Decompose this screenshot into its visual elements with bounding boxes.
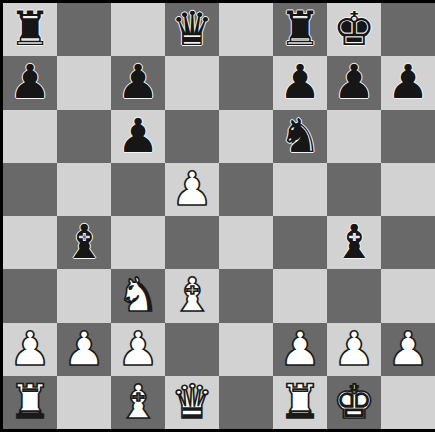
black-pawn: ♟ bbox=[279, 58, 321, 105]
white-bishop: ♝ bbox=[171, 271, 213, 318]
square-b7[interactable] bbox=[57, 56, 111, 109]
square-e6[interactable] bbox=[219, 110, 273, 163]
square-d1[interactable]: ♛ bbox=[165, 376, 219, 429]
square-h5[interactable] bbox=[381, 163, 435, 216]
square-g4[interactable]: ♝ bbox=[327, 216, 381, 269]
square-g7[interactable]: ♟ bbox=[327, 56, 381, 109]
square-a7[interactable]: ♟ bbox=[3, 56, 57, 109]
square-b3[interactable] bbox=[57, 269, 111, 322]
square-a3[interactable] bbox=[3, 269, 57, 322]
white-pawn: ♟ bbox=[171, 165, 213, 212]
square-a5[interactable] bbox=[3, 163, 57, 216]
square-e8[interactable] bbox=[219, 3, 273, 56]
black-bishop: ♝ bbox=[63, 218, 105, 265]
square-d4[interactable] bbox=[165, 216, 219, 269]
square-c6[interactable]: ♟ bbox=[111, 110, 165, 163]
square-e1[interactable] bbox=[219, 376, 273, 429]
square-g8[interactable]: ♚ bbox=[327, 3, 381, 56]
square-h2[interactable]: ♟ bbox=[381, 323, 435, 376]
square-c5[interactable] bbox=[111, 163, 165, 216]
black-rook: ♜ bbox=[9, 5, 51, 52]
square-g2[interactable]: ♟ bbox=[327, 323, 381, 376]
square-f4[interactable] bbox=[273, 216, 327, 269]
chess-board: ♜♛♜♚♟♟♟♟♟♟♞♟♝♝♞♝♟♟♟♟♟♟♜♝♛♜♚ bbox=[0, 0, 435, 432]
square-a4[interactable] bbox=[3, 216, 57, 269]
white-pawn: ♟ bbox=[63, 325, 105, 372]
white-pawn: ♟ bbox=[333, 325, 375, 372]
square-g3[interactable] bbox=[327, 269, 381, 322]
black-queen: ♛ bbox=[171, 5, 213, 52]
square-f5[interactable] bbox=[273, 163, 327, 216]
square-b6[interactable] bbox=[57, 110, 111, 163]
white-pawn: ♟ bbox=[387, 325, 429, 372]
square-c4[interactable] bbox=[111, 216, 165, 269]
white-pawn: ♟ bbox=[279, 325, 321, 372]
square-c1[interactable]: ♝ bbox=[111, 376, 165, 429]
black-knight: ♞ bbox=[279, 112, 321, 159]
square-b8[interactable] bbox=[57, 3, 111, 56]
white-rook: ♜ bbox=[9, 378, 51, 425]
square-d8[interactable]: ♛ bbox=[165, 3, 219, 56]
square-h7[interactable]: ♟ bbox=[381, 56, 435, 109]
square-e2[interactable] bbox=[219, 323, 273, 376]
square-f7[interactable]: ♟ bbox=[273, 56, 327, 109]
black-pawn: ♟ bbox=[9, 58, 51, 105]
board-grid: ♜♛♜♚♟♟♟♟♟♟♞♟♝♝♞♝♟♟♟♟♟♟♜♝♛♜♚ bbox=[3, 3, 435, 429]
square-e7[interactable] bbox=[219, 56, 273, 109]
square-b1[interactable] bbox=[57, 376, 111, 429]
black-pawn: ♟ bbox=[117, 112, 159, 159]
square-c2[interactable]: ♟ bbox=[111, 323, 165, 376]
square-b2[interactable]: ♟ bbox=[57, 323, 111, 376]
square-a8[interactable]: ♜ bbox=[3, 3, 57, 56]
black-pawn: ♟ bbox=[387, 58, 429, 105]
square-f8[interactable]: ♜ bbox=[273, 3, 327, 56]
square-c7[interactable]: ♟ bbox=[111, 56, 165, 109]
square-a2[interactable]: ♟ bbox=[3, 323, 57, 376]
white-knight: ♞ bbox=[117, 271, 159, 318]
white-king: ♚ bbox=[333, 378, 375, 425]
square-g5[interactable] bbox=[327, 163, 381, 216]
square-f3[interactable] bbox=[273, 269, 327, 322]
square-d5[interactable]: ♟ bbox=[165, 163, 219, 216]
square-f1[interactable]: ♜ bbox=[273, 376, 327, 429]
square-e5[interactable] bbox=[219, 163, 273, 216]
white-queen: ♛ bbox=[171, 378, 213, 425]
black-bishop: ♝ bbox=[333, 218, 375, 265]
white-bishop: ♝ bbox=[117, 378, 159, 425]
black-pawn: ♟ bbox=[333, 58, 375, 105]
square-d3[interactable]: ♝ bbox=[165, 269, 219, 322]
square-g1[interactable]: ♚ bbox=[327, 376, 381, 429]
white-pawn: ♟ bbox=[9, 325, 51, 372]
square-f6[interactable]: ♞ bbox=[273, 110, 327, 163]
square-h3[interactable] bbox=[381, 269, 435, 322]
square-a1[interactable]: ♜ bbox=[3, 376, 57, 429]
square-h4[interactable] bbox=[381, 216, 435, 269]
square-e3[interactable] bbox=[219, 269, 273, 322]
white-pawn: ♟ bbox=[117, 325, 159, 372]
black-pawn: ♟ bbox=[117, 58, 159, 105]
square-b4[interactable]: ♝ bbox=[57, 216, 111, 269]
square-d2[interactable] bbox=[165, 323, 219, 376]
square-h1[interactable] bbox=[381, 376, 435, 429]
square-f2[interactable]: ♟ bbox=[273, 323, 327, 376]
square-d6[interactable] bbox=[165, 110, 219, 163]
square-h8[interactable] bbox=[381, 3, 435, 56]
square-a6[interactable] bbox=[3, 110, 57, 163]
white-rook: ♜ bbox=[279, 378, 321, 425]
black-rook: ♜ bbox=[279, 5, 321, 52]
square-h6[interactable] bbox=[381, 110, 435, 163]
black-king: ♚ bbox=[333, 5, 375, 52]
square-e4[interactable] bbox=[219, 216, 273, 269]
square-b5[interactable] bbox=[57, 163, 111, 216]
square-d7[interactable] bbox=[165, 56, 219, 109]
square-c3[interactable]: ♞ bbox=[111, 269, 165, 322]
square-g6[interactable] bbox=[327, 110, 381, 163]
square-c8[interactable] bbox=[111, 3, 165, 56]
